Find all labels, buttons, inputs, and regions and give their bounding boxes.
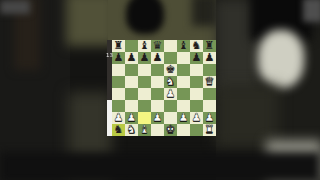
background-blur bbox=[14, 0, 40, 70]
square-b1[interactable]: ♞ bbox=[125, 124, 138, 136]
piece-white-pawn[interactable]: ♟ bbox=[164, 88, 177, 100]
piece-black-pawn[interactable]: ♟ bbox=[125, 52, 138, 64]
square-b6[interactable] bbox=[125, 64, 138, 76]
piece-white-queen[interactable]: ♛ bbox=[203, 76, 216, 88]
square-a1[interactable]: ♞ bbox=[112, 124, 125, 136]
square-b4[interactable] bbox=[125, 88, 138, 100]
square-h5[interactable]: ♛ bbox=[203, 76, 216, 88]
piece-white-knight[interactable]: ♞ bbox=[125, 124, 138, 136]
square-g5[interactable] bbox=[190, 76, 203, 88]
square-c7[interactable]: ♟ bbox=[138, 52, 151, 64]
square-h1[interactable]: ♜ bbox=[203, 124, 216, 136]
square-e8[interactable] bbox=[164, 40, 177, 52]
piece-black-knight[interactable]: ♞ bbox=[112, 124, 125, 136]
square-c3[interactable] bbox=[138, 100, 151, 112]
square-c4[interactable] bbox=[138, 88, 151, 100]
square-c1[interactable]: ♝ bbox=[138, 124, 151, 136]
background-blur bbox=[192, 0, 220, 26]
piece-black-pawn[interactable]: ♟ bbox=[151, 52, 164, 64]
square-g2[interactable]: ♟ bbox=[190, 112, 203, 124]
square-d7[interactable]: ♟ bbox=[151, 52, 164, 64]
square-f8[interactable]: ♝ bbox=[177, 40, 190, 52]
piece-black-pawn[interactable]: ♟ bbox=[190, 52, 203, 64]
piece-white-rook[interactable]: ♜ bbox=[203, 124, 216, 136]
square-d5[interactable] bbox=[151, 76, 164, 88]
chess-board[interactable]: ♜♝♛♝♞♜♟♟♟♟♟♟♚♞♛♟♟♟♟♟♟♟♞♞♝♚♜ bbox=[112, 40, 216, 136]
square-h7[interactable]: ♟ bbox=[203, 52, 216, 64]
square-a4[interactable] bbox=[112, 88, 125, 100]
square-f1[interactable] bbox=[177, 124, 190, 136]
piece-black-pawn[interactable]: ♟ bbox=[112, 52, 125, 64]
square-d2[interactable]: ♟ bbox=[151, 112, 164, 124]
background-blur bbox=[68, 92, 112, 180]
background-blur bbox=[216, 0, 320, 180]
square-b5[interactable] bbox=[125, 76, 138, 88]
square-a5[interactable] bbox=[112, 76, 125, 88]
square-f5[interactable] bbox=[177, 76, 190, 88]
background-blur bbox=[0, 152, 320, 180]
square-e3[interactable] bbox=[164, 100, 177, 112]
background-blur bbox=[216, 85, 278, 147]
background-blur bbox=[108, 0, 220, 40]
square-d6[interactable] bbox=[151, 64, 164, 76]
square-g7[interactable]: ♟ bbox=[190, 52, 203, 64]
square-h4[interactable] bbox=[203, 88, 216, 100]
square-a7[interactable]: ♟ bbox=[112, 52, 125, 64]
square-e1[interactable]: ♚ bbox=[164, 124, 177, 136]
square-b7[interactable]: ♟ bbox=[125, 52, 138, 64]
move-number: 13 bbox=[106, 52, 113, 57]
square-g4[interactable] bbox=[190, 88, 203, 100]
background-blur bbox=[216, 0, 258, 92]
piece-white-bishop[interactable]: ♝ bbox=[138, 124, 151, 136]
blurred-black-piece bbox=[250, 0, 312, 40]
background-blur bbox=[0, 0, 30, 14]
blurred-black-piece bbox=[126, 0, 164, 34]
background-blur bbox=[0, 0, 70, 180]
square-f2[interactable]: ♟ bbox=[177, 112, 190, 124]
square-g1[interactable] bbox=[190, 124, 203, 136]
piece-black-pawn[interactable]: ♟ bbox=[203, 52, 216, 64]
square-e4[interactable]: ♟ bbox=[164, 88, 177, 100]
square-f7[interactable] bbox=[177, 52, 190, 64]
square-f6[interactable] bbox=[177, 64, 190, 76]
square-d4[interactable] bbox=[151, 88, 164, 100]
piece-black-bishop[interactable]: ♝ bbox=[177, 40, 190, 52]
piece-white-pawn[interactable]: ♟ bbox=[151, 112, 164, 124]
square-f4[interactable] bbox=[177, 88, 190, 100]
piece-black-pawn[interactable]: ♟ bbox=[138, 52, 151, 64]
square-c5[interactable] bbox=[138, 76, 151, 88]
piece-white-pawn[interactable]: ♟ bbox=[177, 112, 190, 124]
piece-white-pawn[interactable]: ♟ bbox=[190, 112, 203, 124]
square-d1[interactable] bbox=[151, 124, 164, 136]
background-blur bbox=[266, 140, 320, 180]
blurred-white-queen bbox=[258, 30, 304, 88]
piece-white-king[interactable]: ♚ bbox=[164, 124, 177, 136]
square-c6[interactable] bbox=[138, 64, 151, 76]
square-a6[interactable] bbox=[112, 64, 125, 76]
background-blur bbox=[303, 0, 320, 22]
square-g6[interactable] bbox=[190, 64, 203, 76]
